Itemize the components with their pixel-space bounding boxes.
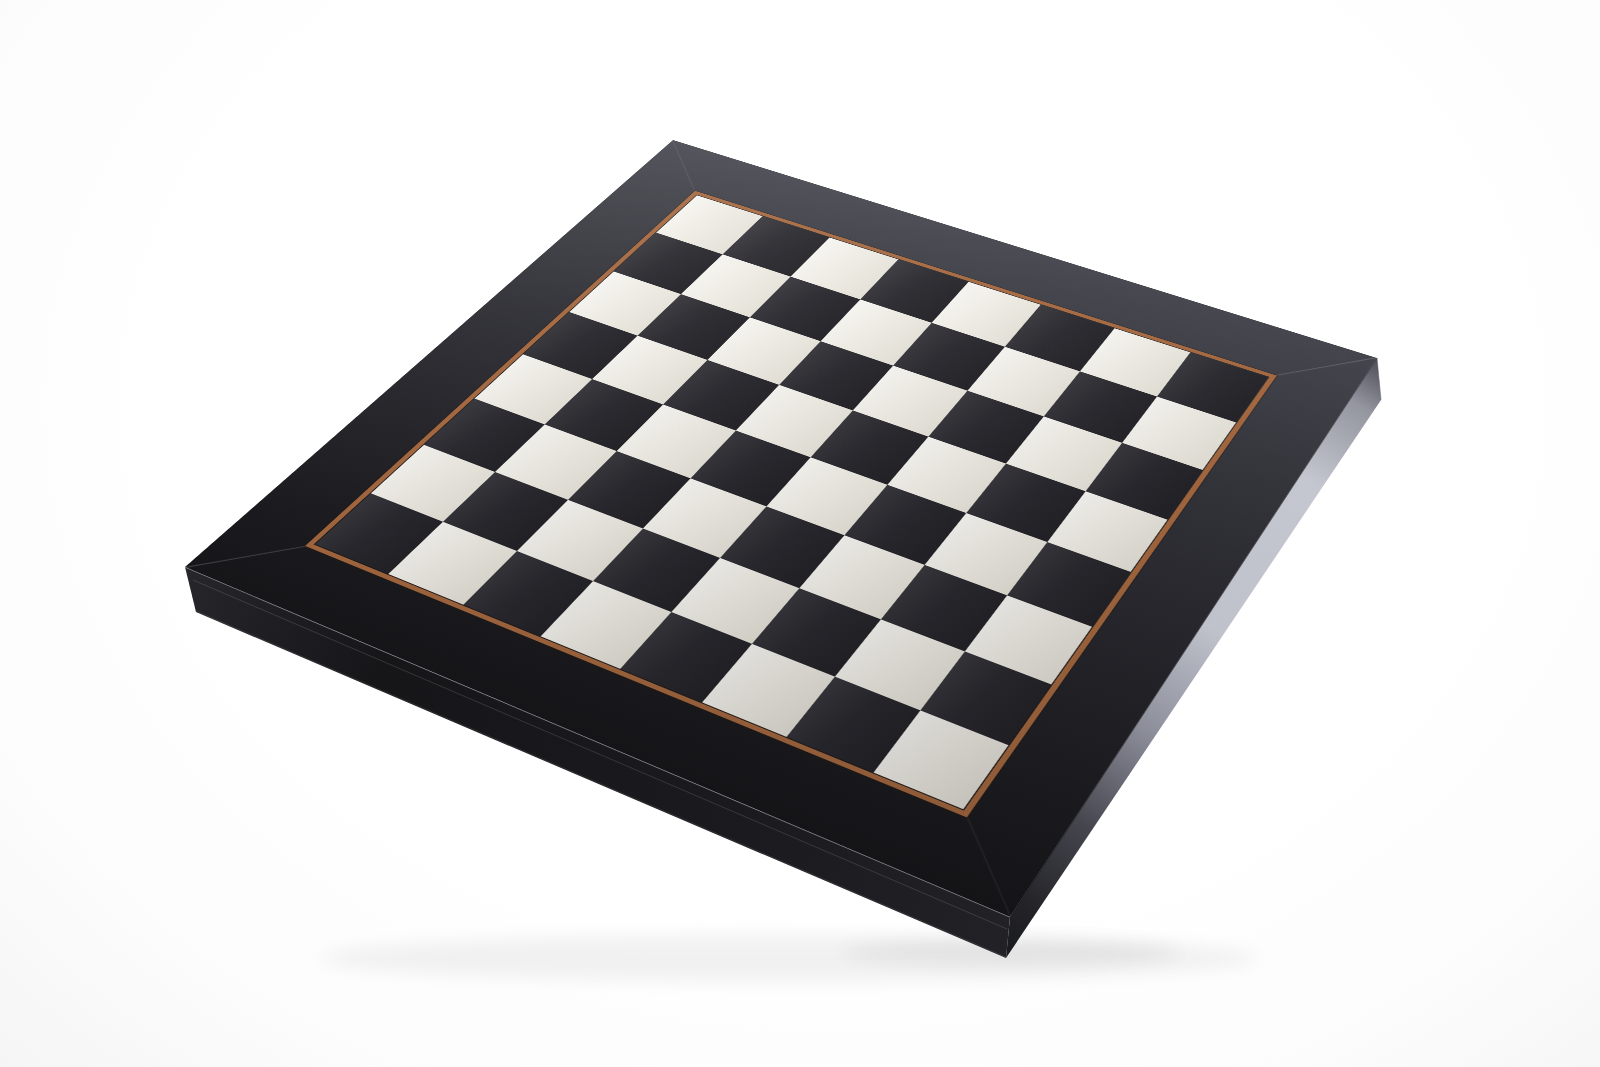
miter-seam-far — [672, 140, 696, 193]
photo-background — [0, 0, 1600, 1067]
miter-seam-right — [1273, 357, 1377, 376]
